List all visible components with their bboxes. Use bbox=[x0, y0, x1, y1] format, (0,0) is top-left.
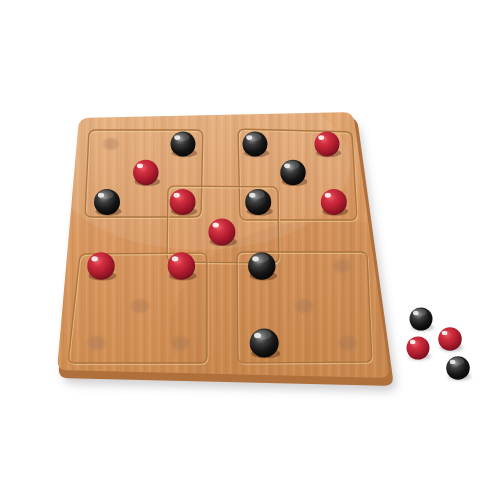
specular-highlight bbox=[174, 193, 180, 198]
specular-highlight bbox=[246, 135, 252, 140]
specular-highlight bbox=[252, 256, 259, 261]
specular-highlight bbox=[249, 193, 255, 198]
specular-highlight bbox=[172, 256, 179, 261]
loose-marble-2-red[interactable] bbox=[438, 327, 463, 351]
specular-highlight bbox=[254, 333, 261, 339]
specular-highlight bbox=[325, 193, 331, 198]
hole-c6r6-empty[interactable] bbox=[336, 334, 359, 352]
specular-highlight bbox=[137, 163, 143, 168]
wood-grain bbox=[0, 0, 500, 470]
hole-c1r5-empty[interactable] bbox=[129, 297, 151, 314]
specular-highlight bbox=[284, 163, 290, 168]
hole-c0r0-empty[interactable] bbox=[102, 137, 121, 152]
loose-marble-4-black[interactable] bbox=[446, 356, 471, 380]
board-photo bbox=[0, 0, 500, 500]
hole-c5r5-empty[interactable] bbox=[293, 297, 315, 314]
loose-marble-3-red[interactable] bbox=[407, 337, 432, 361]
specular-highlight bbox=[413, 311, 419, 315]
specular-highlight bbox=[410, 340, 416, 344]
hole-c0r6-empty[interactable] bbox=[86, 334, 109, 352]
specular-highlight bbox=[450, 360, 456, 364]
specular-highlight bbox=[91, 256, 98, 261]
loose-marbles-layer bbox=[407, 308, 472, 381]
loose-marble-1-black[interactable] bbox=[410, 308, 435, 332]
specular-highlight bbox=[174, 135, 180, 140]
hole-c2r6-empty[interactable] bbox=[169, 334, 192, 352]
hole-c6r4-empty[interactable] bbox=[331, 258, 353, 275]
photo-scene bbox=[0, 0, 500, 500]
specular-highlight bbox=[318, 135, 324, 140]
specular-highlight bbox=[442, 331, 448, 335]
game-board bbox=[0, 0, 500, 470]
specular-highlight bbox=[98, 193, 104, 198]
specular-highlight bbox=[212, 222, 218, 227]
